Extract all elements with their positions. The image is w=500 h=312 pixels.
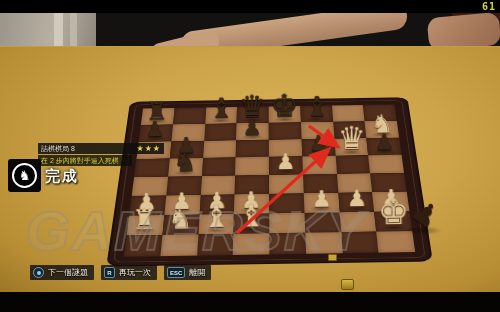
exit-label: 離開 (189, 267, 205, 278)
board-squares: ♜♝♛♚♝♟♟♞♟♟♛♟♞♟♟♟♟♟♟♟♟♜♞♝♝♚ (124, 104, 415, 256)
room-background (0, 13, 500, 46)
bottom-button-bar: 下一個謎題 R 再玩一次 ESC 離開 (30, 265, 211, 280)
square-f6[interactable]: ♟ (301, 138, 335, 156)
letterbox-bottom (0, 292, 500, 312)
square-h5[interactable] (368, 155, 404, 174)
black-bishop[interactable]: ♝ (300, 93, 332, 121)
white-bishop[interactable]: ♝ (233, 201, 269, 232)
white-rook[interactable]: ♜ (126, 206, 162, 234)
wall-panel (0, 13, 96, 46)
white-bishop[interactable]: ♝ (198, 201, 234, 232)
r-key-icon: R (104, 267, 115, 278)
wall-panel-strip (70, 13, 77, 46)
square-e8[interactable]: ♚ (269, 106, 301, 123)
square-b2[interactable]: ♞ (162, 214, 199, 235)
square-g2[interactable] (339, 211, 376, 232)
square-e7[interactable] (269, 122, 302, 139)
square-c7[interactable] (204, 123, 237, 140)
square-c2[interactable]: ♝ (198, 214, 234, 235)
square-e3[interactable] (269, 193, 304, 213)
square-d2[interactable]: ♝ (234, 213, 270, 234)
chess-board[interactable]: ♜♝♛♚♝♟♟♞♟♟♛♟♞♟♟♟♟♟♟♟♟♜♞♝♝♚ (106, 97, 433, 266)
confirm-key-icon (33, 267, 44, 278)
black-pawn[interactable]: ♟ (368, 132, 401, 154)
white-queen[interactable]: ♛ (335, 122, 369, 154)
square-f5[interactable] (302, 156, 336, 175)
spectator-hands (427, 13, 500, 46)
white-knight[interactable]: ♞ (162, 205, 198, 233)
exit-button[interactable]: ESC 離開 (164, 265, 211, 280)
board-latch (341, 279, 354, 290)
black-pawn[interactable]: ♟ (139, 118, 172, 140)
square-c5[interactable] (202, 157, 236, 176)
game-screenshot: ♜♝♛♚♝♟♟♞♟♟♛♟♞♟♟♟♟♟♟♟♟♜♞♝♝♚ ♟ GAMERSKY 詰棋… (0, 0, 500, 312)
square-d5[interactable] (235, 157, 269, 176)
square-b8[interactable] (173, 108, 206, 125)
square-h6[interactable]: ♟ (367, 137, 402, 155)
black-knight[interactable]: ♞ (168, 149, 202, 175)
replay-button[interactable]: R 再玩一次 (101, 265, 157, 280)
square-a6[interactable] (136, 141, 171, 159)
square-g3[interactable]: ♟ (338, 192, 374, 212)
square-a7[interactable]: ♟ (139, 124, 173, 141)
next-puzzle-button[interactable]: 下一個謎題 (30, 265, 94, 280)
square-e5[interactable]: ♟ (269, 156, 303, 175)
square-c8[interactable]: ♝ (205, 107, 237, 124)
square-a5[interactable] (134, 159, 169, 178)
square-c6[interactable] (203, 140, 237, 158)
square-f3[interactable]: ♟ (303, 193, 339, 213)
black-pawn[interactable]: ♟ (236, 117, 269, 139)
white-pawn[interactable]: ♟ (304, 187, 339, 210)
square-g6[interactable]: ♛ (334, 138, 368, 156)
white-pawn[interactable]: ♟ (339, 187, 374, 210)
opponent-hand (149, 29, 222, 46)
next-puzzle-label: 下一個謎題 (48, 267, 88, 278)
fps-counter: 61 (482, 1, 496, 12)
replay-label: 再玩一次 (119, 267, 151, 278)
square-d1[interactable] (233, 233, 269, 255)
square-g5[interactable] (335, 155, 370, 174)
black-bishop[interactable]: ♝ (204, 94, 236, 122)
square-d7[interactable]: ♟ (236, 123, 269, 140)
square-f2[interactable] (304, 212, 341, 233)
square-e2[interactable] (269, 213, 305, 234)
white-pawn[interactable]: ♟ (269, 151, 303, 174)
esc-key-icon: ESC (167, 267, 185, 278)
black-pawn[interactable]: ♟ (302, 133, 335, 155)
square-e4[interactable] (269, 174, 303, 193)
letterbox-top (0, 0, 500, 13)
wall-panel-strip (54, 13, 63, 46)
black-king[interactable]: ♚ (268, 90, 300, 122)
square-b5[interactable]: ♞ (168, 158, 203, 177)
white-king[interactable]: ♚ (376, 194, 412, 229)
square-f8[interactable]: ♝ (300, 105, 333, 122)
square-a2[interactable]: ♜ (127, 215, 165, 236)
square-d6[interactable] (236, 140, 269, 158)
board-hinge (328, 254, 337, 261)
